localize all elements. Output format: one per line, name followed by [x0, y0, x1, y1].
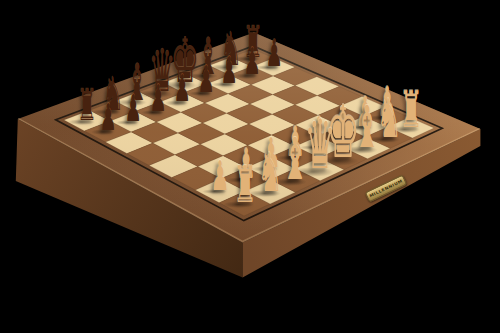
chess-set-photo: ♜♞♝♛♚♝♞♜♟♟♟♟♟♟♟♟♟♟♟♟♟♟♟♟♜♞♝♛♚♝♞♜ MILLENN…	[0, 0, 500, 333]
chess-board	[0, 0, 500, 333]
